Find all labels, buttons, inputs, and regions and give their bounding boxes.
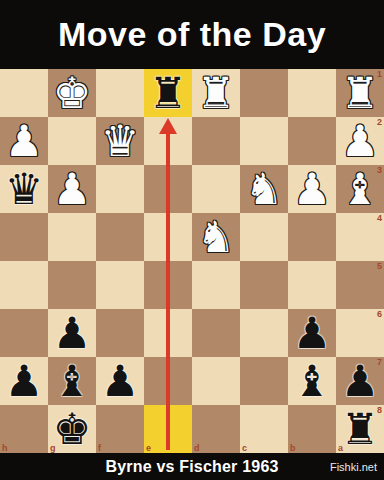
file-label-a: a xyxy=(338,443,343,453)
square-h5[interactable] xyxy=(0,261,48,309)
square-a5[interactable]: 5 xyxy=(336,261,384,309)
square-b7[interactable]: ♝ xyxy=(288,357,336,405)
square-g5[interactable] xyxy=(48,261,96,309)
white-pawn: ♟ xyxy=(341,117,380,165)
white-king: ♚ xyxy=(53,69,92,117)
square-g7[interactable]: ♝ xyxy=(48,357,96,405)
move-arrow-head xyxy=(159,118,177,134)
square-d4[interactable]: ♞ xyxy=(192,213,240,261)
black-bishop: ♝ xyxy=(53,357,92,405)
square-f6[interactable] xyxy=(96,309,144,357)
caption-bar: Byrne vs Fischer 1963 Fishki.net xyxy=(0,453,384,480)
square-h4[interactable] xyxy=(0,213,48,261)
black-pawn: ♟ xyxy=(293,309,332,357)
white-rook: ♜ xyxy=(197,69,236,117)
square-a1[interactable]: ♜1 xyxy=(336,69,384,117)
white-pawn: ♟ xyxy=(5,117,44,165)
rank-label-4: 4 xyxy=(377,213,382,223)
file-label-b: b xyxy=(290,443,296,453)
white-bishop: ♝ xyxy=(341,165,380,213)
square-g2[interactable] xyxy=(48,117,96,165)
square-c6[interactable] xyxy=(240,309,288,357)
square-f2[interactable]: ♛ xyxy=(96,117,144,165)
black-queen: ♛ xyxy=(5,165,44,213)
white-knight: ♞ xyxy=(197,213,236,261)
square-h8[interactable]: h xyxy=(0,405,48,453)
square-b4[interactable] xyxy=(288,213,336,261)
square-c4[interactable] xyxy=(240,213,288,261)
square-c1[interactable] xyxy=(240,69,288,117)
white-rook: ♜ xyxy=(341,69,380,117)
chess-board: ♚♜♜♜1♟♛♟2♛♟♞♟♝3♞45♟♟6♟♝♟♝♟7h♚gfedcb♜a8 xyxy=(0,69,384,453)
square-h7[interactable]: ♟ xyxy=(0,357,48,405)
square-f4[interactable] xyxy=(96,213,144,261)
watermark: Fishki.net xyxy=(330,461,377,473)
square-b2[interactable] xyxy=(288,117,336,165)
square-b8[interactable]: b xyxy=(288,405,336,453)
white-knight: ♞ xyxy=(245,165,284,213)
square-g6[interactable]: ♟ xyxy=(48,309,96,357)
rank-label-2: 2 xyxy=(377,117,382,127)
square-b3[interactable]: ♟ xyxy=(288,165,336,213)
game-caption: Byrne vs Fischer 1963 xyxy=(105,458,278,476)
square-g4[interactable] xyxy=(48,213,96,261)
black-rook: ♜ xyxy=(341,405,380,453)
square-g3[interactable]: ♟ xyxy=(48,165,96,213)
square-h3[interactable]: ♛ xyxy=(0,165,48,213)
white-pawn: ♟ xyxy=(293,165,332,213)
square-b6[interactable]: ♟ xyxy=(288,309,336,357)
square-b1[interactable] xyxy=(288,69,336,117)
black-pawn: ♟ xyxy=(101,357,140,405)
square-f8[interactable]: f xyxy=(96,405,144,453)
square-d7[interactable] xyxy=(192,357,240,405)
square-g8[interactable]: ♚g xyxy=(48,405,96,453)
square-d2[interactable] xyxy=(192,117,240,165)
black-bishop: ♝ xyxy=(293,357,332,405)
rank-label-5: 5 xyxy=(377,261,382,271)
square-c8[interactable]: c xyxy=(240,405,288,453)
square-b5[interactable] xyxy=(288,261,336,309)
black-pawn: ♟ xyxy=(53,309,92,357)
square-f3[interactable] xyxy=(96,165,144,213)
square-a2[interactable]: ♟2 xyxy=(336,117,384,165)
file-label-e: e xyxy=(146,443,151,453)
file-label-d: d xyxy=(194,443,200,453)
square-d5[interactable] xyxy=(192,261,240,309)
square-h6[interactable] xyxy=(0,309,48,357)
square-c5[interactable] xyxy=(240,261,288,309)
file-label-c: c xyxy=(242,443,247,453)
square-a8[interactable]: ♜a8 xyxy=(336,405,384,453)
square-c3[interactable]: ♞ xyxy=(240,165,288,213)
rank-label-1: 1 xyxy=(377,69,382,79)
white-queen: ♛ xyxy=(101,117,140,165)
page: Move of the Day ♚♜♜♜1♟♛♟2♛♟♞♟♝3♞45♟♟6♟♝♟… xyxy=(0,0,384,480)
page-title: Move of the Day xyxy=(58,15,326,54)
rank-label-8: 8 xyxy=(377,405,382,415)
square-f7[interactable]: ♟ xyxy=(96,357,144,405)
square-a6[interactable]: 6 xyxy=(336,309,384,357)
black-rook: ♜ xyxy=(149,69,188,117)
rank-label-3: 3 xyxy=(377,165,382,175)
square-e1[interactable]: ♜ xyxy=(144,69,192,117)
file-label-g: g xyxy=(50,443,56,453)
square-a7[interactable]: ♟7 xyxy=(336,357,384,405)
black-pawn: ♟ xyxy=(5,357,44,405)
square-g1[interactable]: ♚ xyxy=(48,69,96,117)
square-h1[interactable] xyxy=(0,69,48,117)
title-bar: Move of the Day xyxy=(0,0,384,69)
square-d1[interactable]: ♜ xyxy=(192,69,240,117)
move-arrow-shaft xyxy=(166,132,170,450)
square-f1[interactable] xyxy=(96,69,144,117)
rank-label-6: 6 xyxy=(377,309,382,319)
square-c2[interactable] xyxy=(240,117,288,165)
black-king: ♚ xyxy=(53,405,92,453)
file-label-h: h xyxy=(2,443,8,453)
rank-label-7: 7 xyxy=(377,357,382,367)
square-d3[interactable] xyxy=(192,165,240,213)
black-pawn: ♟ xyxy=(341,357,380,405)
square-h2[interactable]: ♟ xyxy=(0,117,48,165)
square-c7[interactable] xyxy=(240,357,288,405)
square-a3[interactable]: ♝3 xyxy=(336,165,384,213)
file-label-f: f xyxy=(98,443,101,453)
square-a4[interactable]: 4 xyxy=(336,213,384,261)
square-d8[interactable]: d xyxy=(192,405,240,453)
white-pawn: ♟ xyxy=(53,165,92,213)
square-d6[interactable] xyxy=(192,309,240,357)
square-f5[interactable] xyxy=(96,261,144,309)
